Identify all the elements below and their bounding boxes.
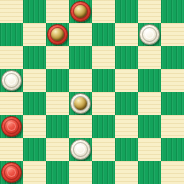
square-1[interactable] xyxy=(23,0,46,23)
light-square-r0c4 xyxy=(92,0,115,23)
light-square-r3c3 xyxy=(69,69,92,92)
square-8[interactable] xyxy=(138,23,161,46)
square-16[interactable] xyxy=(138,69,161,92)
square-31[interactable] xyxy=(92,161,115,184)
piece-outer-ring xyxy=(73,4,88,19)
piece-inner-ring xyxy=(145,30,154,39)
light-square-r6c4 xyxy=(92,138,115,161)
square-19[interactable] xyxy=(115,92,138,115)
light-square-r7c3 xyxy=(69,161,92,184)
square-9[interactable] xyxy=(23,46,46,69)
square-30[interactable] xyxy=(46,161,69,184)
light-square-r5c3 xyxy=(69,115,92,138)
light-square-r1c1 xyxy=(23,23,46,46)
piece-outer-ring xyxy=(73,96,88,111)
red-king-piece[interactable] xyxy=(47,24,68,45)
square-22[interactable] xyxy=(46,115,69,138)
square-3[interactable] xyxy=(115,0,138,23)
light-square-r2c4 xyxy=(92,46,115,69)
light-square-r2c6 xyxy=(138,46,161,69)
white-man-piece[interactable] xyxy=(1,70,22,91)
white-king-piece[interactable] xyxy=(70,93,91,114)
square-17[interactable] xyxy=(23,92,46,115)
light-square-r4c6 xyxy=(138,92,161,115)
piece-inner-ring xyxy=(76,145,85,154)
light-square-r0c2 xyxy=(46,0,69,23)
piece-outer-ring xyxy=(4,73,19,88)
piece-inner-ring xyxy=(7,122,16,131)
light-square-r1c3 xyxy=(69,23,92,46)
square-21[interactable] xyxy=(0,115,23,138)
square-11[interactable] xyxy=(115,46,138,69)
light-square-r6c0 xyxy=(0,138,23,161)
light-square-r4c4 xyxy=(92,92,115,115)
light-square-r1c7 xyxy=(161,23,184,46)
light-square-r7c5 xyxy=(115,161,138,184)
light-square-r2c0 xyxy=(0,46,23,69)
square-13[interactable] xyxy=(0,69,23,92)
light-square-r5c5 xyxy=(115,115,138,138)
square-27[interactable] xyxy=(115,138,138,161)
light-square-r4c2 xyxy=(46,92,69,115)
red-man-piece[interactable] xyxy=(1,162,22,183)
white-man-piece[interactable] xyxy=(139,24,160,45)
square-24[interactable] xyxy=(138,115,161,138)
square-32[interactable] xyxy=(138,161,161,184)
square-18[interactable] xyxy=(69,92,92,115)
light-square-r1c5 xyxy=(115,23,138,46)
light-square-r0c6 xyxy=(138,0,161,23)
piece-outer-ring xyxy=(73,142,88,157)
square-23[interactable] xyxy=(92,115,115,138)
white-man-piece[interactable] xyxy=(70,139,91,160)
square-7[interactable] xyxy=(92,23,115,46)
piece-inner-ring xyxy=(7,168,16,177)
light-square-r5c1 xyxy=(23,115,46,138)
square-28[interactable] xyxy=(161,138,184,161)
piece-outer-ring xyxy=(50,27,65,42)
square-14[interactable] xyxy=(46,69,69,92)
checkers-board xyxy=(0,0,184,184)
light-square-r3c7 xyxy=(161,69,184,92)
piece-inner-ring xyxy=(7,76,16,85)
light-square-r6c2 xyxy=(46,138,69,161)
square-12[interactable] xyxy=(161,46,184,69)
light-square-r7c1 xyxy=(23,161,46,184)
square-5[interactable] xyxy=(0,23,23,46)
light-square-r5c7 xyxy=(161,115,184,138)
piece-outer-ring xyxy=(142,27,157,42)
light-square-r6c6 xyxy=(138,138,161,161)
square-4[interactable] xyxy=(161,0,184,23)
piece-outer-ring xyxy=(4,165,19,180)
light-square-r0c0 xyxy=(0,0,23,23)
light-square-r4c0 xyxy=(0,92,23,115)
light-square-r3c1 xyxy=(23,69,46,92)
square-26[interactable] xyxy=(69,138,92,161)
red-king-piece[interactable] xyxy=(70,1,91,22)
light-square-r7c7 xyxy=(161,161,184,184)
square-25[interactable] xyxy=(23,138,46,161)
square-29[interactable] xyxy=(0,161,23,184)
light-square-r3c5 xyxy=(115,69,138,92)
square-10[interactable] xyxy=(69,46,92,69)
piece-outer-ring xyxy=(4,119,19,134)
light-square-r2c2 xyxy=(46,46,69,69)
square-15[interactable] xyxy=(92,69,115,92)
square-2[interactable] xyxy=(69,0,92,23)
red-man-piece[interactable] xyxy=(1,116,22,137)
square-6[interactable] xyxy=(46,23,69,46)
square-20[interactable] xyxy=(161,92,184,115)
